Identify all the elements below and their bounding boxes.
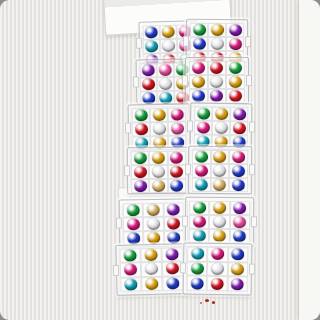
background-strip <box>299 0 320 320</box>
gem-blue <box>145 26 158 38</box>
gem-cell <box>230 215 250 229</box>
gem-box-r6-right <box>183 242 253 295</box>
gem-cell <box>230 201 250 215</box>
gem-cell <box>140 248 161 263</box>
gem-blue <box>232 165 245 177</box>
gem-cell <box>212 121 230 135</box>
gem-magenta <box>193 216 206 228</box>
gem-cell <box>208 61 227 75</box>
gem-cell <box>226 75 245 89</box>
gem-teal <box>159 92 172 104</box>
gem-silver <box>152 166 165 178</box>
gem-blue <box>166 277 179 289</box>
gem-blue <box>167 232 180 244</box>
gem-cell <box>189 75 208 89</box>
gem-cell <box>226 23 244 37</box>
gem-magenta <box>228 38 241 50</box>
gem-tray <box>123 202 185 243</box>
gem-cell <box>132 122 150 136</box>
gem-cell <box>160 39 177 53</box>
gem-magenta <box>196 122 209 134</box>
gem-blue <box>231 249 244 261</box>
gem-cell <box>187 261 208 276</box>
gem-tray <box>132 108 187 147</box>
gem-tray <box>187 246 249 291</box>
gem-red <box>210 62 223 74</box>
gem-gold <box>192 76 205 88</box>
box-latch <box>249 122 255 133</box>
gem-gold <box>152 152 165 164</box>
gem-cell <box>189 215 209 229</box>
gem-red <box>142 78 155 90</box>
box-latch <box>136 38 142 49</box>
gem-tray <box>131 151 186 190</box>
gem-magenta <box>232 151 245 163</box>
gem-gold <box>229 76 242 88</box>
gem-green <box>123 250 136 262</box>
debris-speck <box>205 299 209 302</box>
gem-magenta <box>195 165 208 177</box>
gem-silver <box>213 165 226 177</box>
gem-cell <box>192 178 211 192</box>
gem-silver <box>145 263 158 275</box>
gem-cell <box>227 277 248 292</box>
gem-cell <box>120 263 141 278</box>
gem-tray <box>119 247 183 292</box>
gem-cell <box>163 202 184 216</box>
gem-cell <box>229 178 248 192</box>
gem-cell <box>229 164 248 178</box>
gem-silver <box>147 218 160 230</box>
box-latch <box>246 75 252 86</box>
gem-magenta <box>211 248 224 260</box>
gem-cell <box>131 165 149 179</box>
gem-cell <box>211 150 230 164</box>
gem-tan <box>147 204 160 216</box>
gem-box-r4-right <box>188 146 252 195</box>
box-latch <box>180 262 186 273</box>
gem-cell <box>149 165 167 179</box>
gem-cell <box>211 164 230 178</box>
gem-green <box>191 263 204 275</box>
gem-cell <box>141 262 162 277</box>
gem-box-r5-left <box>119 198 189 247</box>
gem-gold <box>213 230 226 242</box>
gem-tray <box>192 150 248 190</box>
gem-cell <box>141 276 162 291</box>
gem-green <box>133 152 146 164</box>
gem-gold <box>152 109 165 121</box>
gem-cell <box>207 247 228 262</box>
gem-blue <box>170 180 183 192</box>
gem-cell <box>119 248 140 263</box>
gem-cell <box>150 122 168 136</box>
gem-cell <box>123 203 144 217</box>
gem-magenta <box>170 152 183 164</box>
gem-red <box>134 166 147 178</box>
gem-cell <box>168 122 186 136</box>
gem-purple <box>142 64 155 76</box>
box-latch <box>249 165 255 176</box>
gem-cell <box>132 108 150 122</box>
box-latch <box>182 75 188 86</box>
gem-cell <box>143 25 160 39</box>
gem-cell <box>190 23 208 37</box>
gem-pink <box>170 123 183 135</box>
gem-silver <box>211 263 224 275</box>
gem-red <box>229 90 242 102</box>
gem-purple <box>233 202 246 214</box>
gem-cell <box>209 215 229 229</box>
gem-cell <box>209 201 229 215</box>
gem-teal <box>124 278 137 290</box>
box-latch <box>249 264 255 275</box>
gem-cell <box>168 165 186 179</box>
gem-cell <box>149 179 167 193</box>
gem-red <box>232 122 245 134</box>
gem-green <box>134 109 147 121</box>
gem-silver <box>162 40 175 52</box>
gem-tray <box>190 23 244 59</box>
gem-green <box>195 151 208 163</box>
gem-green <box>193 24 206 36</box>
gem-cell <box>226 61 245 75</box>
box-latch <box>183 36 189 47</box>
gem-gold <box>145 278 158 290</box>
gem-cell <box>149 151 167 165</box>
gem-pink <box>159 64 172 76</box>
gem-purple <box>233 108 246 120</box>
gem-cell <box>168 179 186 193</box>
gem-cell <box>162 276 183 291</box>
gem-gold <box>215 108 228 120</box>
gem-cell <box>143 217 164 231</box>
gem-cell <box>140 77 157 91</box>
photo <box>0 0 320 320</box>
gem-gold <box>231 263 244 275</box>
box-latch <box>185 164 191 175</box>
gem-cell <box>207 261 228 276</box>
gem-blue <box>233 230 246 242</box>
gem-purple <box>229 24 242 36</box>
gem-box-r3-right <box>190 102 253 150</box>
gem-cell <box>189 89 208 103</box>
gem-red <box>167 218 180 230</box>
gem-cell <box>208 23 226 37</box>
gem-cell <box>208 75 227 89</box>
gem-magenta <box>127 218 140 230</box>
gem-cell <box>210 178 229 192</box>
gem-blue <box>190 277 203 289</box>
gem-cell <box>228 262 249 277</box>
gem-magenta <box>170 109 183 121</box>
gem-cell <box>189 201 209 215</box>
gem-box-r3-left <box>128 103 191 150</box>
gem-cell <box>192 150 211 164</box>
box-latch <box>116 218 122 229</box>
debris-speck <box>212 301 215 304</box>
gem-box-r4-left <box>127 147 190 195</box>
gem-purple <box>231 278 244 290</box>
gem-gold <box>211 24 224 36</box>
gem-silver <box>159 78 172 90</box>
gem-cell <box>167 151 185 165</box>
gem-tray <box>189 61 245 100</box>
gem-teal <box>192 230 205 242</box>
gem-purple <box>167 204 180 216</box>
box-latch <box>125 122 131 133</box>
gem-green <box>229 62 242 74</box>
gem-cell <box>123 217 144 231</box>
gem-cell <box>140 63 157 77</box>
gem-red <box>211 278 224 290</box>
gem-cell <box>143 203 164 217</box>
gem-cell <box>143 39 160 53</box>
gem-cell <box>209 229 229 243</box>
gem-red <box>170 166 183 178</box>
gem-gold <box>214 151 227 163</box>
gem-cell <box>187 276 208 291</box>
gem-cell <box>157 77 174 91</box>
gem-cell <box>208 89 227 103</box>
gem-cell <box>194 107 212 121</box>
gem-green <box>197 108 210 120</box>
gem-tray <box>189 201 250 244</box>
gem-box-r5-right <box>185 197 254 248</box>
gem-purple <box>134 180 147 192</box>
gem-box-r2-right <box>185 57 249 104</box>
gem-cell <box>150 108 168 122</box>
gem-silver <box>214 122 227 134</box>
gem-silver <box>210 38 223 50</box>
gem-cell <box>157 63 174 77</box>
gem-cell <box>131 179 149 193</box>
gem-cell <box>230 121 248 135</box>
gem-box-r6-left <box>115 243 187 296</box>
gem-cell <box>194 121 212 135</box>
gem-gold <box>162 26 175 38</box>
gem-cell <box>229 229 249 243</box>
gem-tan <box>213 179 226 191</box>
gem-blue <box>142 92 155 104</box>
gem-cell <box>228 247 249 262</box>
gem-gold <box>144 249 157 261</box>
gem-tray <box>194 107 249 147</box>
gem-magenta <box>124 264 137 276</box>
gem-gold <box>147 232 160 244</box>
gem-cell <box>161 247 182 262</box>
gem-red <box>166 263 179 275</box>
gem-cell <box>229 150 248 164</box>
gem-silver <box>210 76 223 88</box>
box-latch <box>245 36 251 47</box>
gem-cell <box>189 61 208 75</box>
debris-speck <box>200 302 202 304</box>
gem-cell <box>120 277 141 292</box>
gem-cell <box>131 151 149 165</box>
box-latch <box>187 121 193 132</box>
box-latch <box>124 165 130 176</box>
box-latch <box>182 216 188 227</box>
gem-cell <box>189 229 209 243</box>
gem-pink <box>233 216 246 228</box>
gem-purple <box>165 248 178 260</box>
gem-silver <box>213 216 226 228</box>
gem-blue <box>192 38 205 50</box>
gem-blue <box>232 179 245 191</box>
gem-cell <box>212 107 230 121</box>
gem-red <box>134 123 147 135</box>
gem-tan <box>152 180 165 192</box>
gem-teal <box>145 40 158 52</box>
gem-cell <box>187 246 208 261</box>
gem-cell <box>160 25 177 39</box>
box-latch <box>133 77 139 88</box>
gem-magenta <box>192 62 205 74</box>
gem-cell <box>208 37 226 51</box>
gem-cell <box>226 37 244 51</box>
gem-cell <box>168 108 186 122</box>
gem-green <box>126 204 139 216</box>
box-latch <box>251 217 257 228</box>
gem-cell <box>230 107 248 121</box>
gem-teal <box>195 179 208 191</box>
gem-blue <box>192 90 205 102</box>
gem-cell <box>190 37 208 51</box>
gem-cell <box>192 164 211 178</box>
gem-teal <box>191 248 204 260</box>
box-latch <box>113 264 119 275</box>
gem-purple <box>210 90 223 102</box>
gem-gold <box>213 202 226 214</box>
gem-silver <box>152 123 165 135</box>
gem-green <box>193 202 206 214</box>
gem-cell <box>226 89 245 103</box>
gem-cell <box>207 276 228 291</box>
gem-blue <box>127 232 140 244</box>
